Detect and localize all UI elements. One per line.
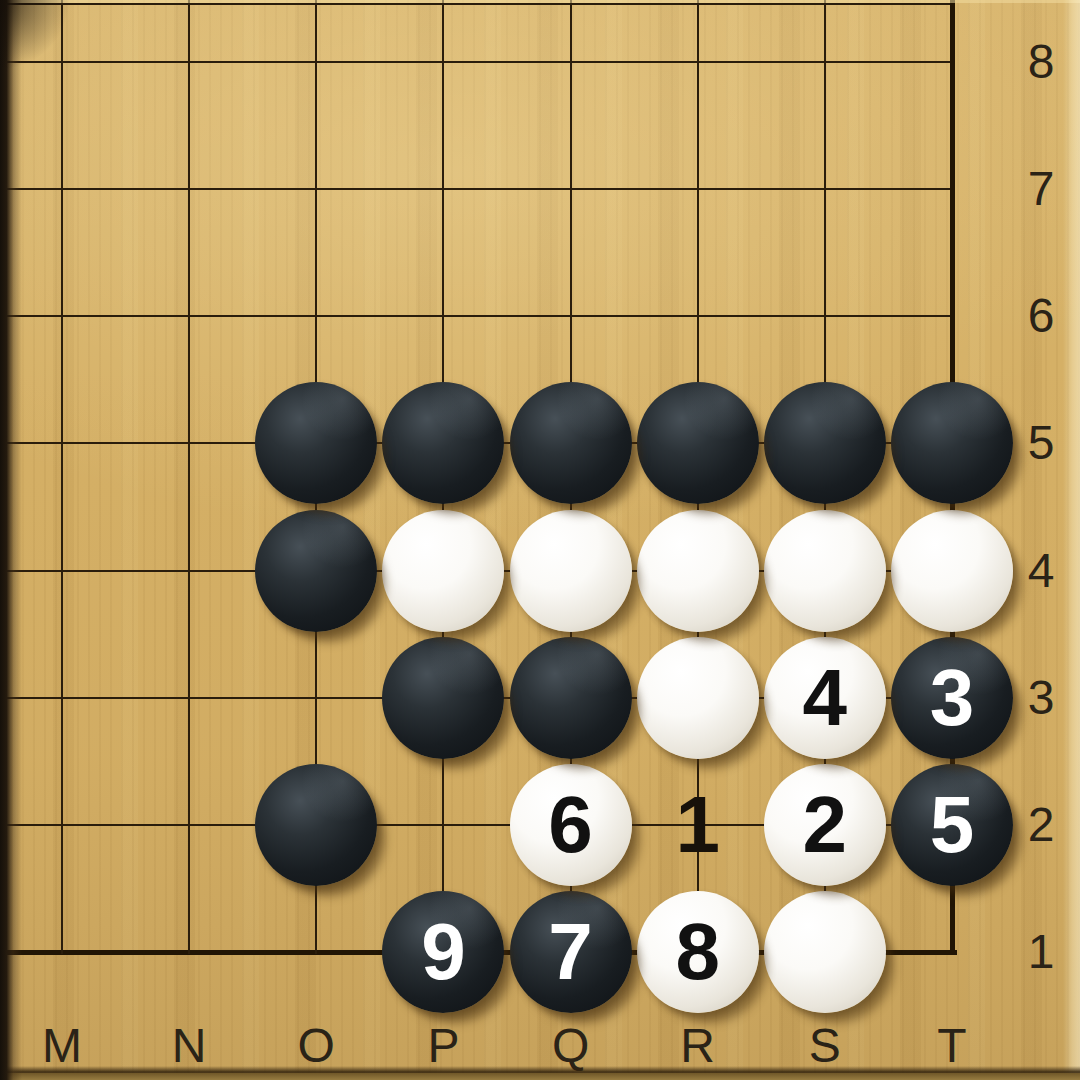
stone-black-O5[interactable]: [255, 382, 377, 504]
coord-label-col-T: T: [937, 1022, 966, 1070]
coord-label-row-6: 6: [1028, 292, 1055, 340]
coord-label-row-5: 5: [1028, 419, 1055, 467]
stone-black-P5[interactable]: [382, 382, 504, 504]
coord-label-col-S: S: [809, 1022, 841, 1070]
stone-black-Q3[interactable]: [510, 637, 632, 759]
go-board-view: MNOPQRST87654321187952634: [0, 0, 1080, 1080]
coord-label-col-R: R: [680, 1022, 715, 1070]
stone-white-T4[interactable]: [891, 510, 1013, 632]
stone-black-O4[interactable]: [255, 510, 377, 632]
coord-label-col-Q: Q: [552, 1022, 589, 1070]
grid-line-row-7: [0, 188, 954, 190]
stone-black-T5[interactable]: [891, 382, 1013, 504]
move-number-empty-point-R2[interactable]: 1: [675, 785, 720, 865]
stone-white-S1[interactable]: [764, 891, 886, 1013]
stone-black-O2[interactable]: [255, 764, 377, 886]
grid-line-col-N: [188, 0, 190, 954]
board-corner-shadow: [0, 0, 70, 70]
coord-label-row-2: 2: [1028, 801, 1055, 849]
stone-white-R4[interactable]: [637, 510, 759, 632]
go-board[interactable]: MNOPQRST87654321187952634: [0, 0, 1080, 1080]
move-number: 3: [930, 658, 975, 738]
board-edge-left: [0, 0, 22, 1080]
stone-black-P3[interactable]: [382, 637, 504, 759]
coord-label-row-7: 7: [1028, 165, 1055, 213]
coord-label-row-1: 1: [1028, 928, 1055, 976]
stone-black-Q5[interactable]: [510, 382, 632, 504]
grid-line-row-6: [0, 315, 954, 317]
stone-white-S3[interactable]: 4: [764, 637, 886, 759]
move-number: 7: [548, 912, 593, 992]
grid-line-col-M: [61, 0, 63, 954]
board-edge-bottom-line: [0, 1066, 1080, 1073]
stone-white-Q4[interactable]: [510, 510, 632, 632]
move-number: 6: [548, 785, 593, 865]
stone-black-S5[interactable]: [764, 382, 886, 504]
move-number: 9: [421, 912, 466, 992]
stone-black-P1[interactable]: 9: [382, 891, 504, 1013]
board-edge-bottom: [0, 1073, 1080, 1080]
stone-black-Q1[interactable]: 7: [510, 891, 632, 1013]
move-number: 5: [930, 785, 975, 865]
stone-white-Q2[interactable]: 6: [510, 764, 632, 886]
stone-white-P4[interactable]: [382, 510, 504, 632]
move-number: 8: [675, 912, 720, 992]
coord-label-col-P: P: [427, 1022, 459, 1070]
coord-label-col-M: M: [42, 1022, 82, 1070]
coord-label-row-8: 8: [1028, 38, 1055, 86]
grid-line-row-8: [0, 61, 954, 63]
stone-black-T3[interactable]: 3: [891, 637, 1013, 759]
stone-white-S2[interactable]: 2: [764, 764, 886, 886]
stone-black-R5[interactable]: [637, 382, 759, 504]
stone-black-T2[interactable]: 5: [891, 764, 1013, 886]
move-number: 2: [803, 785, 848, 865]
move-number: 4: [803, 658, 848, 738]
stone-white-R3[interactable]: [637, 637, 759, 759]
coord-label-col-N: N: [172, 1022, 207, 1070]
stone-white-R1[interactable]: 8: [637, 891, 759, 1013]
stone-white-S4[interactable]: [764, 510, 886, 632]
grid-line-top-partial: [0, 3, 954, 5]
coord-label-row-3: 3: [1028, 674, 1055, 722]
coord-label-row-4: 4: [1028, 547, 1055, 595]
board-edge-right: [1063, 0, 1080, 1080]
coord-label-col-O: O: [298, 1022, 335, 1070]
